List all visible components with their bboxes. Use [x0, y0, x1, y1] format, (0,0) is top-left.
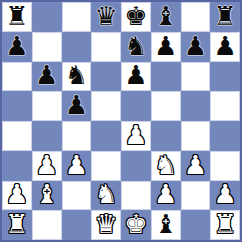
- square-f7[interactable]: ♟: [151, 32, 181, 62]
- square-c4[interactable]: [62, 121, 92, 151]
- black-rook-piece: ♜: [5, 3, 28, 29]
- black-queen-piece: ♛: [94, 3, 117, 29]
- square-e1[interactable]: ♚: [121, 210, 151, 240]
- black-pawn-piece: ♟: [65, 92, 88, 118]
- square-a5[interactable]: [2, 91, 32, 121]
- white-rook-piece: ♜: [5, 211, 28, 237]
- black-pawn-piece: ♟: [213, 33, 236, 59]
- square-e5[interactable]: [121, 91, 151, 121]
- square-e7[interactable]: ♞: [121, 32, 151, 62]
- square-g8[interactable]: [181, 2, 211, 32]
- chess-board: ♜♛♚♝♜♟♞♟♟♟♟♞♟♟♟♟♟♞♟♟♝♞♟♟♜♛♚♝♜: [0, 0, 242, 242]
- square-b6[interactable]: ♟: [32, 62, 62, 92]
- square-h4[interactable]: [210, 121, 240, 151]
- square-h5[interactable]: [210, 91, 240, 121]
- square-d5[interactable]: [91, 91, 121, 121]
- square-d1[interactable]: ♛: [91, 210, 121, 240]
- square-e4[interactable]: ♟: [121, 121, 151, 151]
- square-c8[interactable]: [62, 2, 92, 32]
- square-c1[interactable]: [62, 210, 92, 240]
- square-b5[interactable]: [32, 91, 62, 121]
- square-g2[interactable]: [181, 181, 211, 211]
- square-f8[interactable]: ♝: [151, 2, 181, 32]
- black-knight-piece: ♞: [124, 33, 147, 59]
- square-a1[interactable]: ♜: [2, 210, 32, 240]
- white-pawn-piece: ♟: [184, 152, 207, 178]
- square-d3[interactable]: [91, 151, 121, 181]
- square-c5[interactable]: ♟: [62, 91, 92, 121]
- square-g5[interactable]: [181, 91, 211, 121]
- white-king-piece: ♚: [124, 211, 147, 237]
- black-pawn-piece: ♟: [154, 33, 177, 59]
- square-d2[interactable]: ♞: [91, 181, 121, 211]
- square-a3[interactable]: [2, 151, 32, 181]
- black-pawn-piece: ♟: [35, 62, 58, 88]
- square-b7[interactable]: [32, 32, 62, 62]
- square-h7[interactable]: ♟: [210, 32, 240, 62]
- square-h3[interactable]: [210, 151, 240, 181]
- square-b4[interactable]: [32, 121, 62, 151]
- white-pawn-piece: ♟: [5, 181, 28, 207]
- white-pawn-piece: ♟: [35, 152, 58, 178]
- square-h6[interactable]: [210, 62, 240, 92]
- black-knight-piece: ♞: [65, 62, 88, 88]
- square-f1[interactable]: ♝: [151, 210, 181, 240]
- square-b8[interactable]: [32, 2, 62, 32]
- square-a4[interactable]: [2, 121, 32, 151]
- square-g6[interactable]: [181, 62, 211, 92]
- square-b1[interactable]: [32, 210, 62, 240]
- square-d8[interactable]: ♛: [91, 2, 121, 32]
- square-g4[interactable]: [181, 121, 211, 151]
- square-c6[interactable]: ♞: [62, 62, 92, 92]
- square-g7[interactable]: ♟: [181, 32, 211, 62]
- square-f3[interactable]: ♞: [151, 151, 181, 181]
- square-c7[interactable]: [62, 32, 92, 62]
- white-rook-piece: ♜: [213, 211, 236, 237]
- white-pawn-piece: ♟: [213, 181, 236, 207]
- square-f5[interactable]: [151, 91, 181, 121]
- square-e6[interactable]: ♟: [121, 62, 151, 92]
- square-g1[interactable]: [181, 210, 211, 240]
- square-b2[interactable]: ♝: [32, 181, 62, 211]
- square-d6[interactable]: [91, 62, 121, 92]
- black-king-piece: ♚: [124, 3, 147, 29]
- square-a6[interactable]: [2, 62, 32, 92]
- square-a8[interactable]: ♜: [2, 2, 32, 32]
- white-pawn-piece: ♟: [124, 122, 147, 148]
- square-c3[interactable]: ♟: [62, 151, 92, 181]
- square-d7[interactable]: [91, 32, 121, 62]
- square-e3[interactable]: [121, 151, 151, 181]
- white-bishop-piece: ♝: [35, 181, 58, 207]
- square-b3[interactable]: ♟: [32, 151, 62, 181]
- square-e8[interactable]: ♚: [121, 2, 151, 32]
- white-pawn-piece: ♟: [154, 181, 177, 207]
- square-a7[interactable]: ♟: [2, 32, 32, 62]
- square-f4[interactable]: [151, 121, 181, 151]
- white-pawn-piece: ♟: [65, 152, 88, 178]
- square-e2[interactable]: [121, 181, 151, 211]
- white-knight-piece: ♞: [154, 152, 177, 178]
- square-h8[interactable]: ♜: [210, 2, 240, 32]
- square-h1[interactable]: ♜: [210, 210, 240, 240]
- square-f6[interactable]: [151, 62, 181, 92]
- square-c2[interactable]: [62, 181, 92, 211]
- black-pawn-piece: ♟: [184, 33, 207, 59]
- white-queen-piece: ♛: [94, 211, 117, 237]
- square-a2[interactable]: ♟: [2, 181, 32, 211]
- square-d4[interactable]: [91, 121, 121, 151]
- black-rook-piece: ♜: [213, 3, 236, 29]
- square-g3[interactable]: ♟: [181, 151, 211, 181]
- black-pawn-piece: ♟: [5, 33, 28, 59]
- white-knight-piece: ♞: [94, 181, 117, 207]
- square-f2[interactable]: ♟: [151, 181, 181, 211]
- square-h2[interactable]: ♟: [210, 181, 240, 211]
- black-pawn-piece: ♟: [124, 62, 147, 88]
- black-bishop-piece: ♝: [154, 3, 177, 29]
- black-bishop-piece: ♝: [154, 211, 177, 237]
